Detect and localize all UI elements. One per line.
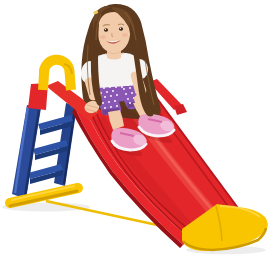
girl-eye-glint-right [120,28,121,29]
slide-photo-canvas [0,0,270,257]
girl-eye-left [104,28,108,31]
girl-eye-glint-left [105,29,106,30]
product-image [0,0,270,257]
girl-cheek-left [100,35,106,39]
girl-cheek-right [122,33,128,37]
girl-eye-right [119,27,123,30]
